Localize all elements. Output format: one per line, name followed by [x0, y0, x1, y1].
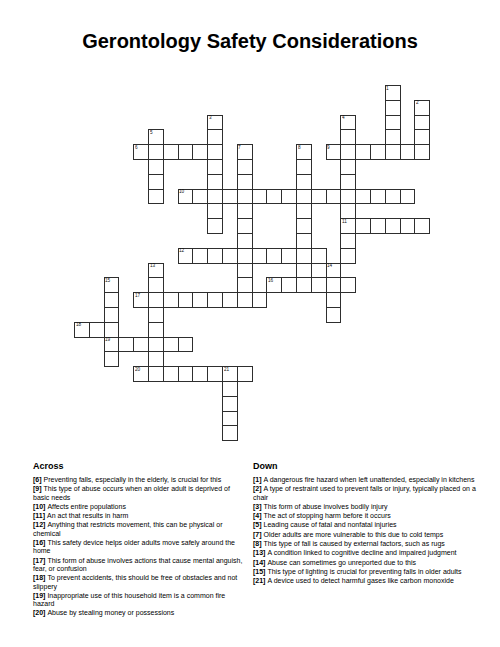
grid-cell[interactable] [355, 218, 371, 234]
across-heading: Across [33, 461, 246, 471]
grid-cell[interactable] [148, 174, 164, 190]
grid-cell[interactable] [237, 263, 253, 279]
grid-cell[interactable] [370, 218, 386, 234]
grid-cell[interactable] [311, 189, 327, 205]
grid-cell[interactable] [296, 159, 312, 175]
grid-cell[interactable] [192, 144, 208, 160]
grid-cell[interactable] [266, 248, 282, 264]
grid-cell[interactable] [192, 248, 208, 264]
grid-cell[interactable] [118, 337, 134, 353]
across-clue-list: [6] Preventing falls, especially in the … [33, 476, 246, 618]
grid-cell[interactable] [296, 144, 312, 160]
grid-cell[interactable] [340, 174, 356, 190]
grid-cell[interactable] [340, 159, 356, 175]
grid-cell[interactable] [222, 292, 238, 308]
clue-down-5: [5] Leading cause of fatal and nonfatal … [253, 521, 480, 529]
grid-cell[interactable] [133, 292, 149, 308]
grid-cell[interactable] [104, 337, 120, 353]
grid-cell[interactable] [414, 100, 430, 116]
grid-cell[interactable] [207, 129, 223, 145]
grid-cell[interactable] [192, 189, 208, 205]
grid-cell[interactable] [148, 129, 164, 145]
grid-cell[interactable] [222, 366, 238, 382]
grid-cell[interactable] [266, 189, 282, 205]
grid-cell[interactable] [311, 277, 327, 293]
grid-cell[interactable] [207, 366, 223, 382]
clue-across-10: [10] Affects entire populations [33, 503, 246, 511]
grid-cell[interactable] [340, 129, 356, 145]
grid-cell[interactable] [237, 277, 253, 293]
clue-across-9: [9] This type of abuse occurs when an ol… [33, 485, 246, 502]
grid-cell[interactable] [148, 263, 164, 279]
grid-cell[interactable] [89, 322, 105, 338]
clue-down-8: [8] This type of fall is caused by exter… [253, 540, 480, 548]
grid-cell[interactable] [207, 174, 223, 190]
grid-cell[interactable] [207, 203, 223, 219]
grid-cell[interactable] [400, 189, 416, 205]
grid-cell[interactable] [266, 277, 282, 293]
grid-cell[interactable] [207, 159, 223, 175]
grid-cell[interactable] [296, 233, 312, 249]
grid-cell[interactable] [222, 411, 238, 427]
grid-cell[interactable] [148, 351, 164, 367]
grid-cell[interactable] [340, 218, 356, 234]
grid-cell[interactable] [340, 189, 356, 205]
grid-cell[interactable] [207, 218, 223, 234]
grid-cell[interactable] [148, 366, 164, 382]
grid-cell[interactable] [326, 292, 342, 308]
grid-cell[interactable] [340, 277, 356, 293]
clue-across-19: [19] Inappropriate use of this household… [33, 592, 246, 609]
clue-down-21: [21] A device used to detect harmful gas… [253, 577, 480, 585]
grid-cell[interactable] [163, 292, 179, 308]
grid-cell[interactable] [400, 218, 416, 234]
grid-cell[interactable] [281, 277, 297, 293]
down-clues-section: Down [1] A dangerous fire hazard when le… [253, 461, 480, 587]
grid-cell[interactable] [207, 115, 223, 131]
grid-cell[interactable] [178, 366, 194, 382]
grid-cell[interactable] [133, 366, 149, 382]
grid-cell[interactable] [178, 248, 194, 264]
clue-down-2: [2] A type of restraint used to prevent … [253, 485, 480, 502]
grid-cell[interactable] [148, 159, 164, 175]
grid-cell[interactable] [207, 248, 223, 264]
grid-cell[interactable] [163, 366, 179, 382]
down-clue-list: [1] A dangerous fire hazard when left un… [253, 476, 480, 586]
grid-cell[interactable] [414, 129, 430, 145]
clue-across-20: [20] Abuse by stealing money or possessi… [33, 609, 246, 617]
grid-cell[interactable] [74, 322, 90, 338]
grid-cell[interactable] [148, 144, 164, 160]
grid-cell[interactable] [326, 307, 342, 323]
grid-cell[interactable] [237, 292, 253, 308]
grid-cell[interactable] [340, 203, 356, 219]
clue-across-12: [12] Anything that restricts movement, t… [33, 521, 246, 538]
grid-cell[interactable] [237, 218, 253, 234]
grid-cell[interactable] [414, 115, 430, 131]
grid-cell[interactable] [296, 263, 312, 279]
clue-across-17: [17] This form of abuse involves actions… [33, 557, 246, 574]
grid-cell[interactable] [385, 100, 401, 116]
clue-down-3: [3] This form of abuse involves bodily i… [253, 503, 480, 511]
grid-cell[interactable] [385, 85, 401, 101]
grid-cell[interactable] [340, 248, 356, 264]
grid-cell[interactable] [385, 218, 401, 234]
grid-cell[interactable] [104, 307, 120, 323]
grid-cell[interactable] [296, 248, 312, 264]
grid-cell[interactable] [414, 144, 430, 160]
grid-cell[interactable] [207, 292, 223, 308]
grid-cell[interactable] [237, 203, 253, 219]
clue-down-7: [7] Older adults are more vulnerable to … [253, 531, 480, 539]
grid-cell[interactable] [207, 189, 223, 205]
grid-cell[interactable] [207, 144, 223, 160]
grid-cell[interactable] [385, 144, 401, 160]
puzzle-title: Gerontology Safety Considerations [0, 30, 500, 53]
grid-cell[interactable] [252, 292, 268, 308]
grid-cell[interactable] [340, 115, 356, 131]
grid-cell[interactable] [340, 144, 356, 160]
crossword-grid[interactable]: 123456789101112131415161718192021 [74, 85, 431, 442]
clue-across-16: [16] This safety device helps older adul… [33, 539, 246, 556]
grid-cell[interactable] [133, 337, 149, 353]
grid-cell[interactable] [296, 277, 312, 293]
grid-cell[interactable] [163, 337, 179, 353]
grid-cell[interactable] [178, 337, 194, 353]
grid-cell[interactable] [355, 189, 371, 205]
grid-cell[interactable] [148, 277, 164, 293]
grid-cell[interactable] [237, 144, 253, 160]
grid-cell[interactable] [163, 144, 179, 160]
grid-cell[interactable] [222, 248, 238, 264]
grid-cell[interactable] [104, 351, 120, 367]
grid-cell[interactable] [237, 159, 253, 175]
crossword-page: { "game": "crossword", "title": "Geronto… [0, 0, 500, 647]
grid-cell[interactable] [370, 144, 386, 160]
grid-cell[interactable] [222, 396, 238, 412]
grid-cell[interactable] [192, 366, 208, 382]
grid-cell[interactable] [400, 144, 416, 160]
grid-cell[interactable] [148, 292, 164, 308]
clue-down-1: [1] A dangerous fire hazard when left un… [253, 476, 480, 484]
grid-cell[interactable] [237, 233, 253, 249]
grid-cell[interactable] [311, 248, 327, 264]
grid-cell[interactable] [104, 277, 120, 293]
clue-down-4: [4] The act of stopping harm before it o… [253, 512, 480, 520]
grid-cell[interactable] [237, 366, 253, 382]
grid-cell[interactable] [222, 425, 238, 441]
grid-cell[interactable] [192, 292, 208, 308]
grid-cell[interactable] [133, 144, 149, 160]
clue-across-6: [6] Preventing falls, especially in the … [33, 476, 246, 484]
grid-cell[interactable] [326, 144, 342, 160]
grid-cell[interactable] [296, 174, 312, 190]
grid-cell[interactable] [414, 218, 430, 234]
grid-cell[interactable] [104, 322, 120, 338]
down-heading: Down [253, 461, 480, 471]
grid-cell[interactable] [148, 189, 164, 205]
grid-cell[interactable] [370, 189, 386, 205]
grid-cell[interactable] [148, 337, 164, 353]
grid-cell[interactable] [326, 263, 342, 279]
grid-cell[interactable] [252, 189, 268, 205]
grid-cell[interactable] [178, 189, 194, 205]
grid-cell[interactable] [178, 144, 194, 160]
grid-cell[interactable] [385, 189, 401, 205]
grid-cell[interactable] [222, 381, 238, 397]
grid-cell[interactable] [237, 248, 253, 264]
clue-down-15: [15] This type of lighting is crucial fo… [253, 568, 480, 576]
grid-cell[interactable] [340, 233, 356, 249]
clue-down-13: [13] A condition linked to cognitive dec… [253, 549, 480, 557]
grid-cell[interactable] [237, 189, 253, 205]
grid-cell[interactable] [237, 174, 253, 190]
clue-across-18: [18] To prevent accidents, this should b… [33, 574, 246, 591]
grid-cell[interactable] [385, 129, 401, 145]
grid-cell[interactable] [148, 322, 164, 338]
grid-cell[interactable] [281, 248, 297, 264]
clue-down-14: [14] Abuse can sometimes go unreported d… [253, 559, 480, 567]
grid-cell[interactable] [355, 144, 371, 160]
grid-cell[interactable] [104, 292, 120, 308]
grid-cell[interactable] [296, 189, 312, 205]
grid-cell[interactable] [385, 115, 401, 131]
grid-cell[interactable] [296, 203, 312, 219]
grid-cell[interactable] [148, 307, 164, 323]
grid-cell[interactable] [281, 189, 297, 205]
clue-across-11: [11] An act that results in harm [33, 512, 246, 520]
grid-cell[interactable] [296, 218, 312, 234]
across-clues-section: Across [6] Preventing falls, especially … [33, 461, 246, 619]
grid-cell[interactable] [326, 189, 342, 205]
grid-cell[interactable] [326, 277, 342, 293]
grid-cell[interactable] [178, 292, 194, 308]
grid-cell[interactable] [222, 189, 238, 205]
grid-cell[interactable] [252, 248, 268, 264]
